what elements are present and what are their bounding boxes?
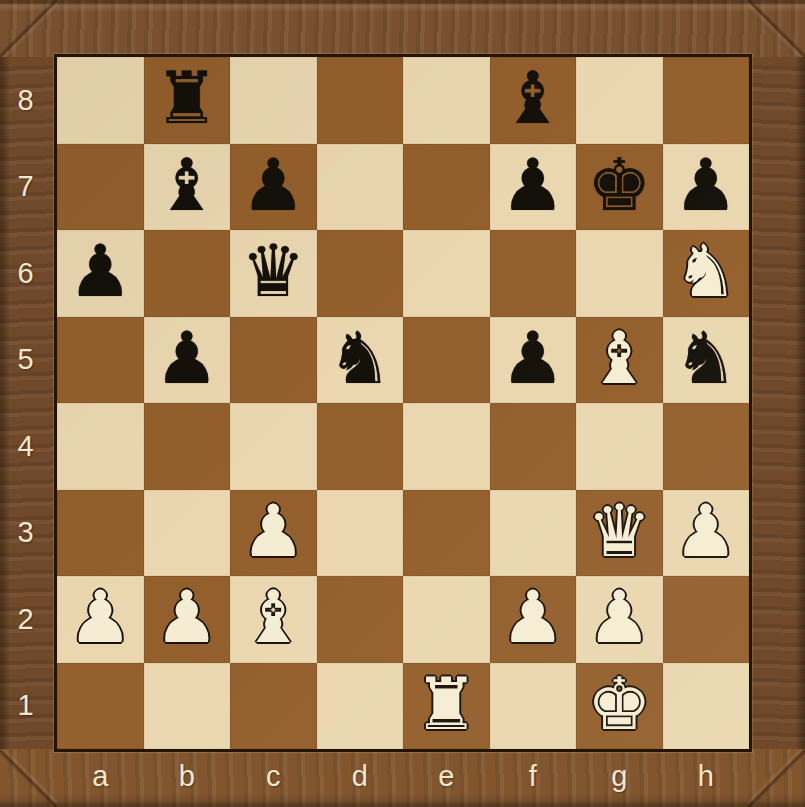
square-b8[interactable]: ♜ xyxy=(144,57,231,144)
square-c8[interactable] xyxy=(230,57,317,144)
piece-black-pawn[interactable]: ♟︎ xyxy=(500,149,565,221)
square-e8[interactable] xyxy=(403,57,490,144)
square-h1[interactable] xyxy=(663,663,750,750)
piece-black-knight[interactable]: ♞ xyxy=(327,322,392,394)
piece-black-king[interactable]: ♚ xyxy=(587,149,652,221)
piece-black-pawn[interactable]: ♟︎ xyxy=(68,235,133,307)
square-c2[interactable]: ♝ xyxy=(230,576,317,663)
file-label-c: c xyxy=(230,749,317,807)
square-e3[interactable] xyxy=(403,490,490,577)
piece-black-queen[interactable]: ♛ xyxy=(241,235,306,307)
rank-label-4: 4 xyxy=(0,403,57,490)
piece-white-rook[interactable]: ♜ xyxy=(414,668,479,740)
piece-white-king[interactable]: ♚ xyxy=(587,668,652,740)
square-g6[interactable] xyxy=(576,230,663,317)
square-a6[interactable]: ♟︎ xyxy=(57,230,144,317)
square-e2[interactable] xyxy=(403,576,490,663)
square-c4[interactable] xyxy=(230,403,317,490)
square-h3[interactable]: ♟︎ xyxy=(663,490,750,577)
piece-white-bishop[interactable]: ♝ xyxy=(587,322,652,394)
chess-board[interactable]: ♜♝♝♟︎♟︎♚♟︎♟︎♛♞♟︎♞♟︎♝♞♟︎♛♟︎♟︎♟︎♝♟︎♟︎♜♚ xyxy=(57,57,749,749)
file-label-h: h xyxy=(663,749,750,807)
square-e5[interactable] xyxy=(403,317,490,404)
square-a7[interactable] xyxy=(57,144,144,231)
square-f5[interactable]: ♟︎ xyxy=(490,317,577,404)
square-g3[interactable]: ♛ xyxy=(576,490,663,577)
square-a2[interactable]: ♟︎ xyxy=(57,576,144,663)
piece-black-bishop[interactable]: ♝ xyxy=(154,149,219,221)
square-f8[interactable]: ♝ xyxy=(490,57,577,144)
frame-miter-top-left xyxy=(0,0,57,57)
square-g2[interactable]: ♟︎ xyxy=(576,576,663,663)
frame-miter-bottom-left xyxy=(0,750,57,807)
chess-app-window: ♜♝♝♟︎♟︎♚♟︎♟︎♛♞♟︎♞♟︎♝♞♟︎♛♟︎♟︎♟︎♝♟︎♟︎♜♚ 87… xyxy=(0,0,805,807)
rank-label-2: 2 xyxy=(0,576,57,663)
square-d4[interactable] xyxy=(317,403,404,490)
square-d3[interactable] xyxy=(317,490,404,577)
square-f7[interactable]: ♟︎ xyxy=(490,144,577,231)
rank-label-1: 1 xyxy=(0,663,57,750)
square-d2[interactable] xyxy=(317,576,404,663)
piece-black-pawn[interactable]: ♟︎ xyxy=(154,322,219,394)
board-frame-right xyxy=(748,57,805,749)
square-h5[interactable]: ♞ xyxy=(663,317,750,404)
square-e4[interactable] xyxy=(403,403,490,490)
square-g8[interactable] xyxy=(576,57,663,144)
square-b5[interactable]: ♟︎ xyxy=(144,317,231,404)
piece-black-pawn[interactable]: ♟︎ xyxy=(241,149,306,221)
file-label-d: d xyxy=(317,749,404,807)
rank-label-7: 7 xyxy=(0,144,57,231)
rank-labels: 87654321 xyxy=(0,57,57,749)
square-h4[interactable] xyxy=(663,403,750,490)
piece-white-pawn[interactable]: ♟︎ xyxy=(241,495,306,567)
square-b1[interactable] xyxy=(144,663,231,750)
square-f4[interactable] xyxy=(490,403,577,490)
piece-black-pawn[interactable]: ♟︎ xyxy=(673,149,738,221)
board-frame-left xyxy=(0,57,57,749)
square-g7[interactable]: ♚ xyxy=(576,144,663,231)
file-label-b: b xyxy=(144,749,231,807)
frame-miter-bottom-right xyxy=(748,750,805,807)
frame-miter-top-right xyxy=(748,0,805,57)
file-label-e: e xyxy=(403,749,490,807)
square-d8[interactable] xyxy=(317,57,404,144)
piece-white-pawn[interactable]: ♟︎ xyxy=(68,581,133,653)
square-b4[interactable] xyxy=(144,403,231,490)
rank-label-6: 6 xyxy=(0,230,57,317)
square-c7[interactable]: ♟︎ xyxy=(230,144,317,231)
square-g5[interactable]: ♝ xyxy=(576,317,663,404)
file-label-g: g xyxy=(576,749,663,807)
square-c5[interactable] xyxy=(230,317,317,404)
piece-black-knight[interactable]: ♞ xyxy=(673,322,738,394)
rank-label-3: 3 xyxy=(0,490,57,577)
piece-white-bishop[interactable]: ♝ xyxy=(241,581,306,653)
square-c3[interactable]: ♟︎ xyxy=(230,490,317,577)
square-h2[interactable] xyxy=(663,576,750,663)
square-g1[interactable]: ♚ xyxy=(576,663,663,750)
square-e7[interactable] xyxy=(403,144,490,231)
square-g4[interactable] xyxy=(576,403,663,490)
board-frame-top xyxy=(0,0,805,57)
square-b3[interactable] xyxy=(144,490,231,577)
piece-white-pawn[interactable]: ♟︎ xyxy=(500,581,565,653)
piece-white-knight[interactable]: ♞ xyxy=(673,235,738,307)
piece-white-pawn[interactable]: ♟︎ xyxy=(673,495,738,567)
square-h6[interactable]: ♞ xyxy=(663,230,750,317)
square-f2[interactable]: ♟︎ xyxy=(490,576,577,663)
piece-black-pawn[interactable]: ♟︎ xyxy=(500,322,565,394)
square-a5[interactable] xyxy=(57,317,144,404)
board-frame-bottom xyxy=(0,749,805,807)
square-e1[interactable]: ♜ xyxy=(403,663,490,750)
square-b2[interactable]: ♟︎ xyxy=(144,576,231,663)
square-a3[interactable] xyxy=(57,490,144,577)
square-h8[interactable] xyxy=(663,57,750,144)
piece-black-rook[interactable]: ♜ xyxy=(154,62,219,134)
square-c1[interactable] xyxy=(230,663,317,750)
square-f3[interactable] xyxy=(490,490,577,577)
square-b6[interactable] xyxy=(144,230,231,317)
rank-label-8: 8 xyxy=(0,57,57,144)
square-d7[interactable] xyxy=(317,144,404,231)
square-d1[interactable] xyxy=(317,663,404,750)
square-d5[interactable]: ♞ xyxy=(317,317,404,404)
piece-white-pawn[interactable]: ♟︎ xyxy=(587,581,652,653)
square-f1[interactable] xyxy=(490,663,577,750)
rank-label-5: 5 xyxy=(0,317,57,404)
square-a8[interactable] xyxy=(57,57,144,144)
file-label-f: f xyxy=(490,749,577,807)
square-d6[interactable] xyxy=(317,230,404,317)
square-a4[interactable] xyxy=(57,403,144,490)
square-c6[interactable]: ♛ xyxy=(230,230,317,317)
square-a1[interactable] xyxy=(57,663,144,750)
square-h7[interactable]: ♟︎ xyxy=(663,144,750,231)
file-labels: abcdefgh xyxy=(57,749,749,807)
square-b7[interactable]: ♝ xyxy=(144,144,231,231)
piece-white-queen[interactable]: ♛ xyxy=(587,495,652,567)
piece-white-pawn[interactable]: ♟︎ xyxy=(154,581,219,653)
file-label-a: a xyxy=(57,749,144,807)
piece-black-bishop[interactable]: ♝ xyxy=(500,62,565,134)
square-f6[interactable] xyxy=(490,230,577,317)
square-e6[interactable] xyxy=(403,230,490,317)
